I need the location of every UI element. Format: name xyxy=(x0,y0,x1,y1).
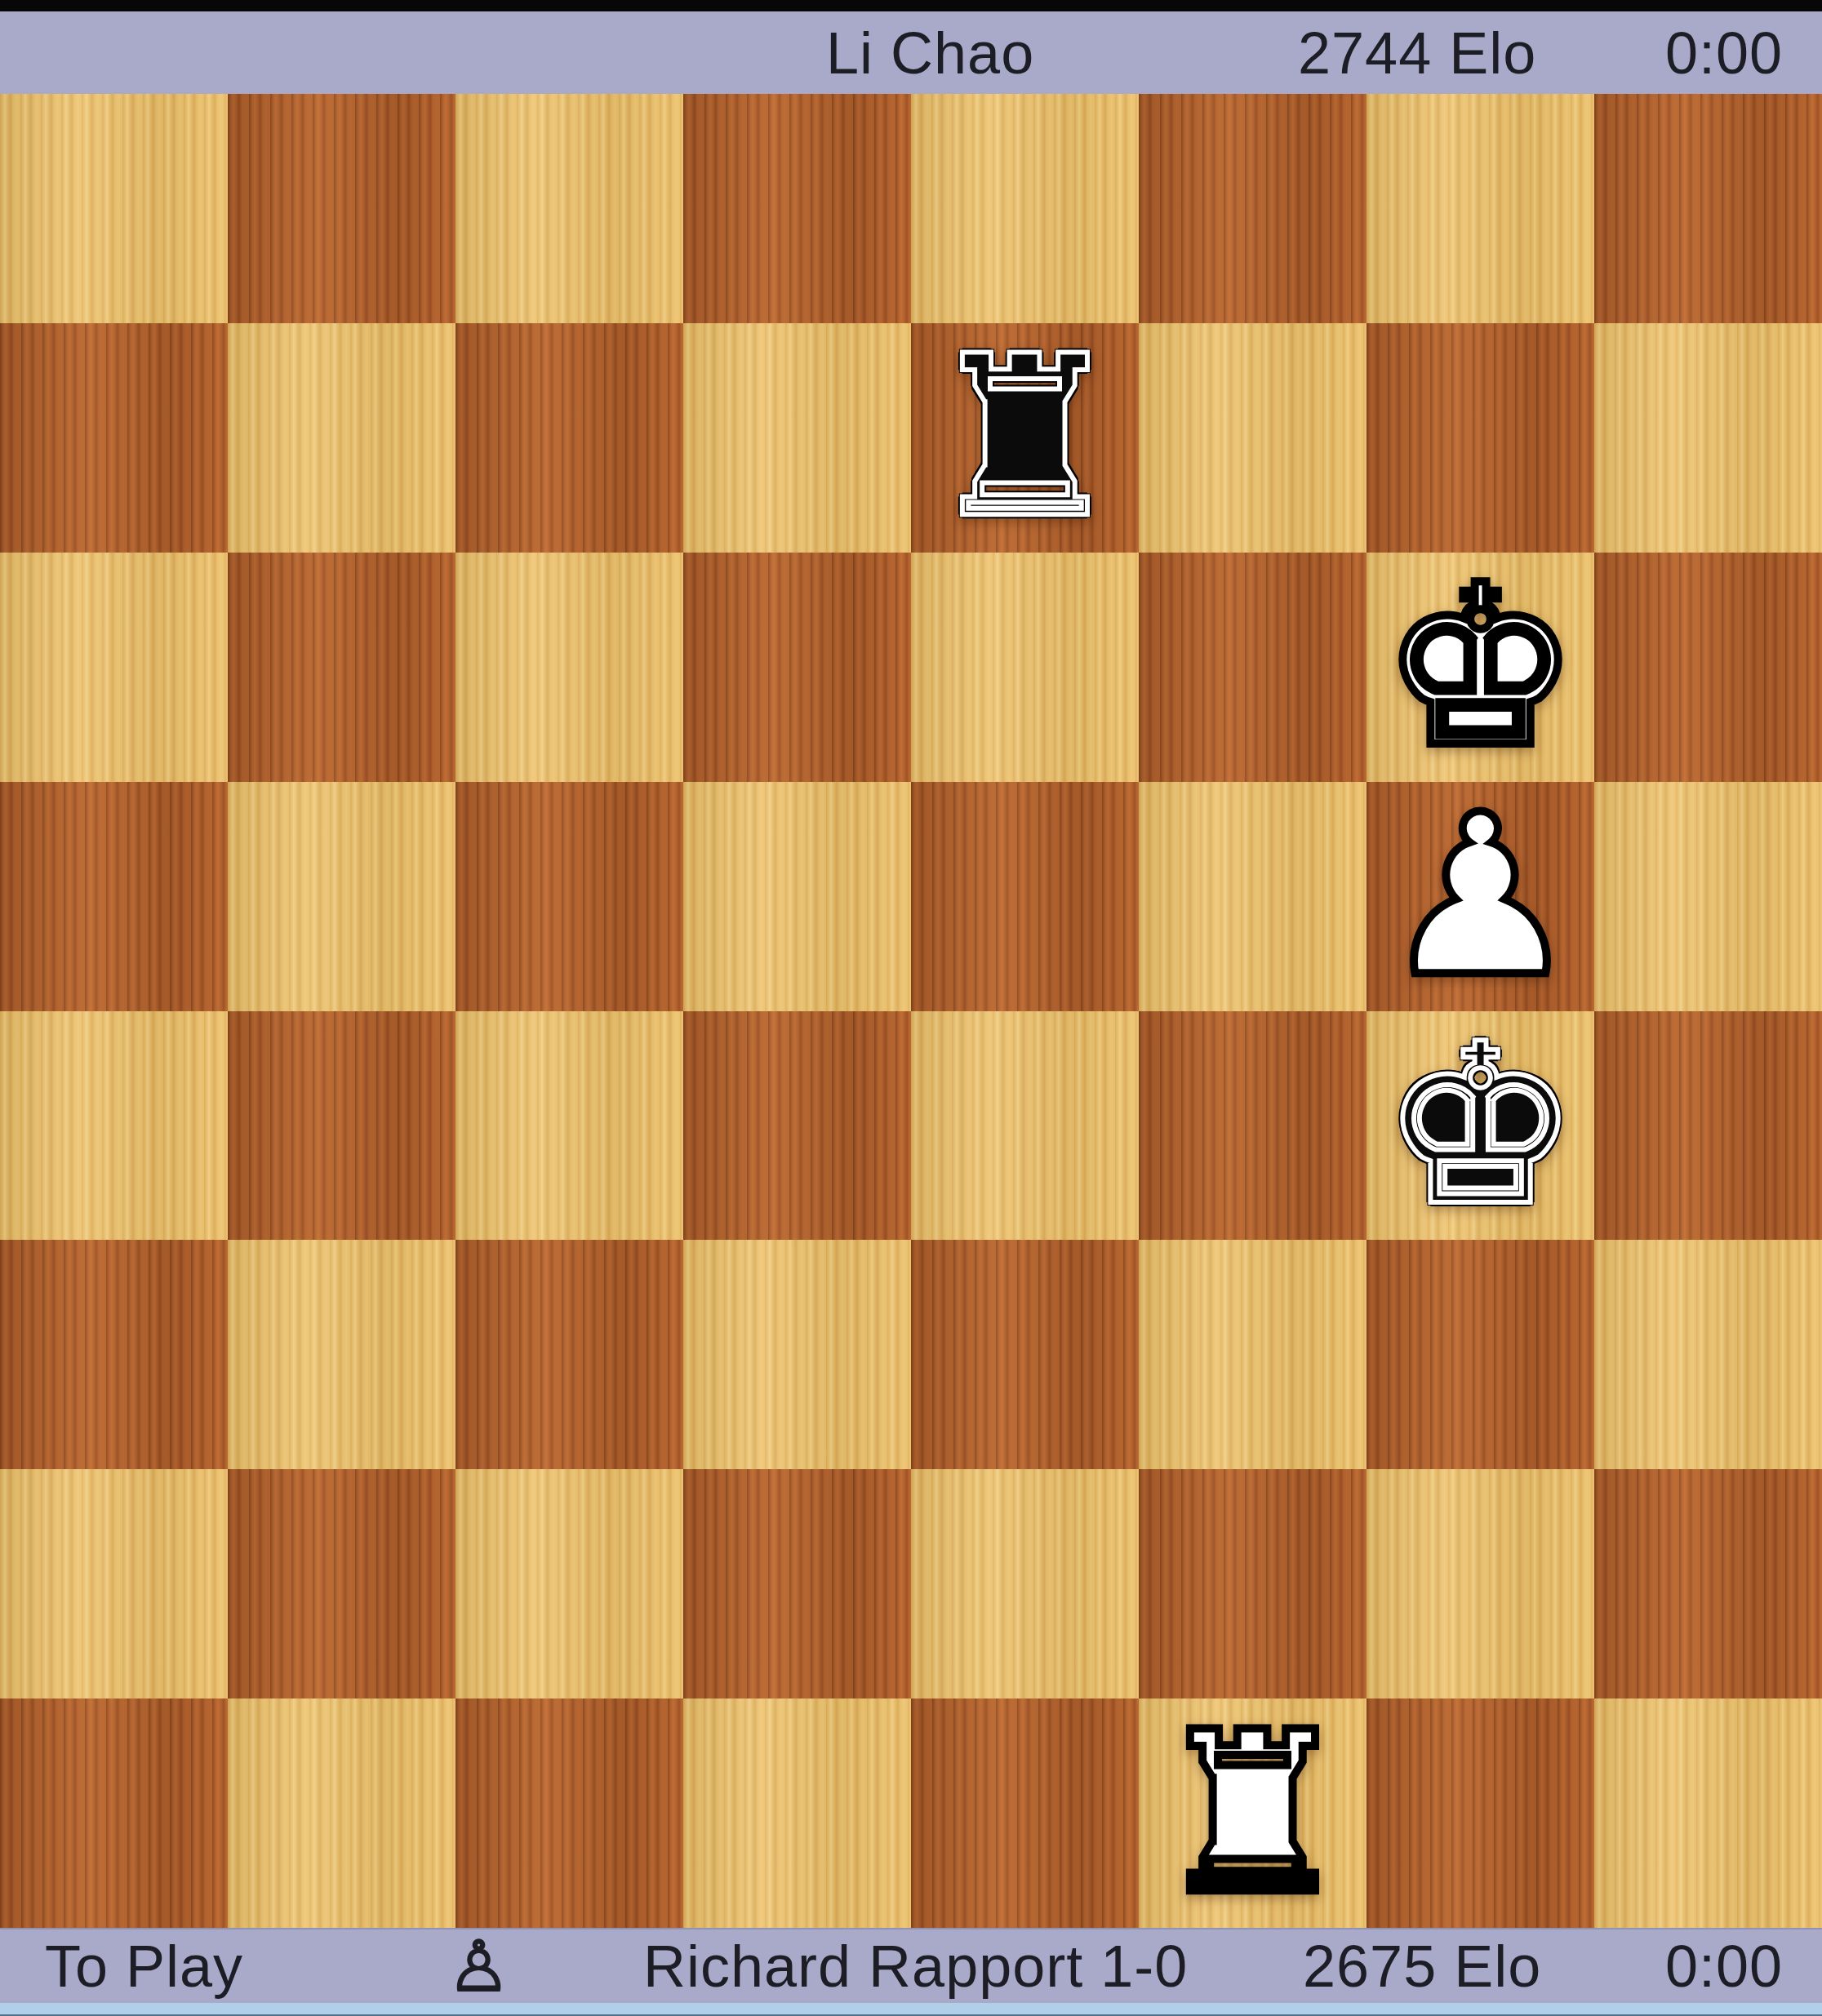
white-pawn[interactable]: ♟ xyxy=(1381,785,1580,1007)
square-f3[interactable] xyxy=(1139,1240,1366,1469)
square-b4[interactable] xyxy=(228,1011,455,1241)
black-king[interactable]: ♚ xyxy=(1381,1015,1580,1237)
square-h1[interactable] xyxy=(1594,1699,1822,1928)
square-c7[interactable] xyxy=(455,323,683,553)
black-player-bar: Li Chao 2744 Elo 0:00 xyxy=(0,11,1822,94)
square-d2[interactable] xyxy=(683,1469,911,1699)
square-a3[interactable] xyxy=(0,1240,228,1469)
square-e8[interactable] xyxy=(911,94,1139,323)
square-e1[interactable] xyxy=(911,1699,1139,1928)
square-e3[interactable] xyxy=(911,1240,1139,1469)
square-h2[interactable] xyxy=(1594,1469,1822,1699)
square-b7[interactable] xyxy=(228,323,455,553)
square-c3[interactable] xyxy=(455,1240,683,1469)
white-rook[interactable]: ♜ xyxy=(1153,1703,1353,1925)
square-d5[interactable] xyxy=(683,782,911,1011)
square-c8[interactable] xyxy=(455,94,683,323)
square-g7[interactable] xyxy=(1366,323,1594,553)
square-g5[interactable]: ♟ xyxy=(1366,782,1594,1011)
black-rook[interactable]: ♜ xyxy=(926,326,1125,548)
square-b5[interactable] xyxy=(228,782,455,1011)
square-c5[interactable] xyxy=(455,782,683,1011)
square-b8[interactable] xyxy=(228,94,455,323)
square-b2[interactable] xyxy=(228,1469,455,1699)
black-player-elo: 2744 Elo xyxy=(1298,20,1536,87)
square-g2[interactable] xyxy=(1366,1469,1594,1699)
square-a5[interactable] xyxy=(0,782,228,1011)
square-h4[interactable] xyxy=(1594,1011,1822,1241)
square-h6[interactable] xyxy=(1594,553,1822,782)
square-b6[interactable] xyxy=(228,553,455,782)
square-a1[interactable] xyxy=(0,1699,228,1928)
white-pawn-icon: ♙ xyxy=(447,1925,511,2007)
square-g1[interactable] xyxy=(1366,1699,1594,1928)
chess-board: ♜♚♟♚♜ xyxy=(0,94,1822,1928)
square-a4[interactable] xyxy=(0,1011,228,1241)
square-h7[interactable] xyxy=(1594,323,1822,553)
white-player-clock: 0:00 xyxy=(1665,1933,1783,2000)
square-d3[interactable] xyxy=(683,1240,911,1469)
square-e5[interactable] xyxy=(911,782,1139,1011)
bottom-light-blue-strip xyxy=(0,2003,1822,2014)
square-h8[interactable] xyxy=(1594,94,1822,323)
square-f4[interactable] xyxy=(1139,1011,1366,1241)
white-player-bar: To Play ♙ Richard Rapport 1-0 2675 Elo 0… xyxy=(0,1928,1822,2003)
white-player-name-result: Richard Rapport 1-0 xyxy=(643,1933,1188,2000)
square-g6[interactable]: ♚ xyxy=(1366,553,1594,782)
square-f5[interactable] xyxy=(1139,782,1366,1011)
square-e2[interactable] xyxy=(911,1469,1139,1699)
white-king[interactable]: ♚ xyxy=(1381,556,1580,778)
square-f8[interactable] xyxy=(1139,94,1366,323)
square-d6[interactable] xyxy=(683,553,911,782)
square-e6[interactable] xyxy=(911,553,1139,782)
chess-app: Li Chao 2744 Elo 0:00 ♜♚♟♚♜ To Play ♙ Ri… xyxy=(0,0,1822,2016)
square-d1[interactable] xyxy=(683,1699,911,1928)
square-e7[interactable]: ♜ xyxy=(911,323,1139,553)
square-f6[interactable] xyxy=(1139,553,1366,782)
square-h3[interactable] xyxy=(1594,1240,1822,1469)
square-g3[interactable] xyxy=(1366,1240,1594,1469)
to-play-label: To Play xyxy=(45,1933,243,2000)
black-player-name: Li Chao xyxy=(826,20,1034,87)
square-c4[interactable] xyxy=(455,1011,683,1241)
white-player-elo: 2675 Elo xyxy=(1303,1933,1541,2000)
square-e4[interactable] xyxy=(911,1011,1139,1241)
square-d8[interactable] xyxy=(683,94,911,323)
square-a8[interactable] xyxy=(0,94,228,323)
black-player-clock: 0:00 xyxy=(1665,20,1783,87)
square-d7[interactable] xyxy=(683,323,911,553)
square-a2[interactable] xyxy=(0,1469,228,1699)
square-c2[interactable] xyxy=(455,1469,683,1699)
square-g8[interactable] xyxy=(1366,94,1594,323)
square-h5[interactable] xyxy=(1594,782,1822,1011)
top-status-strip xyxy=(0,0,1822,11)
square-f2[interactable] xyxy=(1139,1469,1366,1699)
square-b3[interactable] xyxy=(228,1240,455,1469)
square-g4[interactable]: ♚ xyxy=(1366,1011,1594,1241)
square-f1[interactable]: ♜ xyxy=(1139,1699,1366,1928)
square-f7[interactable] xyxy=(1139,323,1366,553)
square-b1[interactable] xyxy=(228,1699,455,1928)
square-c6[interactable] xyxy=(455,553,683,782)
square-c1[interactable] xyxy=(455,1699,683,1928)
square-d4[interactable] xyxy=(683,1011,911,1241)
square-a6[interactable] xyxy=(0,553,228,782)
square-a7[interactable] xyxy=(0,323,228,553)
